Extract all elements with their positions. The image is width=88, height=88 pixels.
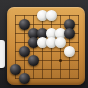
grid-line-horizontal [15,69,79,70]
white-stone [46,10,57,21]
black-stone [19,19,30,30]
black-stone [28,55,39,66]
white-stone [55,37,66,48]
black-stone [19,46,30,57]
go-board[interactable] [7,7,85,85]
app-icon-background [0,0,88,88]
black-stone [19,73,30,84]
black-stone [64,28,75,39]
grid-line-vertical [78,15,79,79]
star-point [59,59,62,62]
black-stone [10,64,21,75]
left-edge-panel-sliver[interactable] [0,40,5,68]
white-stone [64,46,75,57]
